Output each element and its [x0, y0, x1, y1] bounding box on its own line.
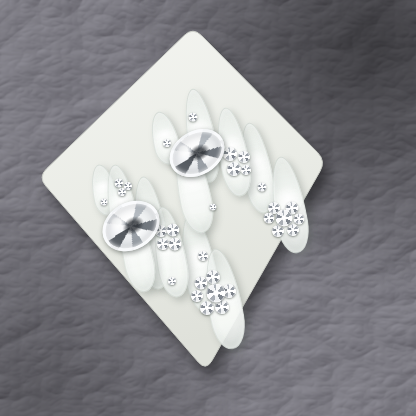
round-rhinestone-row2-mini-flower: [118, 188, 126, 196]
round-rhinestone-row2-flower-cluster: [206, 270, 220, 284]
round-rhinestone-row1-quad-cluster: [241, 165, 251, 175]
round-rhinestone-row2-lower-dot: [168, 277, 176, 285]
round-rhinestone-row1-pinky-dot: [163, 139, 171, 147]
round-rhinestone-row2-flower-cluster: [191, 290, 203, 302]
round-rhinestone-row2-flower-cluster: [200, 301, 214, 315]
round-rhinestone-row2-quad-cluster: [169, 238, 182, 251]
round-rhinestone-row2-accent-dot: [198, 251, 208, 261]
round-rhinestone-row1-dome-cluster: [294, 214, 305, 225]
round-rhinestone-row1-dome-cluster: [287, 224, 299, 236]
round-rhinestone-row2-mini-flower: [115, 179, 124, 188]
round-rhinestone-row1-dome-cluster: [272, 225, 284, 237]
round-rhinestone-row2-flower-cluster: [207, 284, 226, 303]
round-rhinestone-row1-long-nail-dot: [189, 113, 198, 122]
round-rhinestone-row1-quad-cluster: [227, 162, 241, 176]
round-rhinestone-row1-accent-dot: [258, 183, 267, 192]
round-rhinestone-row1-dome-cluster: [264, 213, 275, 224]
nail-set: [0, 0, 416, 416]
round-rhinestone-row1-base-dot: [210, 204, 217, 211]
round-rhinestone-row1-quad-cluster: [238, 151, 250, 163]
round-rhinestone-row1-quad-cluster: [223, 147, 237, 161]
round-rhinestone-row2-pinky-dot: [101, 199, 108, 206]
round-rhinestone-row2-quad-cluster: [157, 238, 169, 250]
photo-stage: [0, 0, 416, 416]
round-rhinestone-row2-quad-cluster: [167, 224, 180, 237]
round-rhinestone-row1-dome-cluster: [276, 210, 293, 227]
round-rhinestone-row2-flower-cluster: [195, 277, 208, 290]
